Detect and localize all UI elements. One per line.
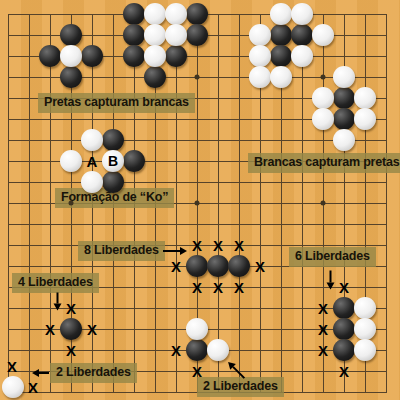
white-stone — [333, 129, 355, 151]
caption-8-liberdades: 8 Liberdades — [78, 241, 165, 261]
black-stone — [186, 255, 208, 277]
black-stone — [333, 87, 355, 109]
liberty-x-mark: X — [192, 364, 202, 379]
black-stone — [60, 24, 82, 46]
black-stone — [270, 24, 292, 46]
star-point-icon — [321, 75, 326, 80]
white-stone — [354, 108, 376, 130]
arrow-down-icon — [54, 292, 63, 310]
caption-2-liberdades-corner: 2 Liberdades — [50, 363, 137, 383]
liberty-x-mark: X — [255, 259, 265, 274]
liberty-x-mark: X — [339, 280, 349, 295]
liberty-x-mark: X — [87, 322, 97, 337]
black-stone — [333, 297, 355, 319]
liberty-x-mark: X — [318, 301, 328, 316]
black-stone — [270, 45, 292, 67]
liberty-x-mark: X — [192, 280, 202, 295]
black-stone — [123, 150, 145, 172]
liberty-x-mark: X — [213, 238, 223, 253]
white-stone — [60, 150, 82, 172]
ko-letter-b: B — [108, 154, 118, 168]
black-stone — [102, 129, 124, 151]
black-stone — [102, 171, 124, 193]
liberty-x-mark: X — [192, 238, 202, 253]
liberty-x-mark: X — [318, 343, 328, 358]
star-point-icon — [195, 201, 200, 206]
white-stone — [312, 108, 334, 130]
white-stone — [81, 129, 103, 151]
white-stone — [207, 339, 229, 361]
black-stone — [60, 318, 82, 340]
black-stone — [39, 45, 61, 67]
white-stone — [354, 297, 376, 319]
black-stone — [123, 24, 145, 46]
white-stone — [144, 3, 166, 25]
arrow-down-icon — [327, 270, 336, 289]
star-point-icon — [321, 201, 326, 206]
black-stone — [333, 339, 355, 361]
ko-stone-marked-b: B — [102, 150, 124, 172]
black-stone — [165, 45, 187, 67]
liberty-x-mark: X — [66, 343, 76, 358]
liberty-x-mark: X — [28, 380, 38, 395]
black-stone — [123, 3, 145, 25]
black-stone — [60, 66, 82, 88]
star-point-icon — [195, 75, 200, 80]
liberty-x-mark: X — [171, 259, 181, 274]
liberty-x-mark: X — [171, 343, 181, 358]
arrow-right-icon — [163, 247, 187, 256]
white-stone — [186, 318, 208, 340]
liberty-x-mark: X — [45, 322, 55, 337]
go-board[interactable]: Pretas capturam brancas Brancas capturam… — [0, 0, 400, 400]
liberty-x-mark: X — [213, 280, 223, 295]
white-stone — [249, 66, 271, 88]
white-stone — [165, 3, 187, 25]
white-stone — [2, 376, 24, 398]
black-stone — [144, 66, 166, 88]
caption-pretas-capturam: Pretas capturam brancas — [38, 93, 195, 113]
white-stone — [270, 3, 292, 25]
white-stone — [354, 318, 376, 340]
black-stone — [291, 24, 313, 46]
white-stone — [165, 24, 187, 46]
liberty-x-mark: X — [234, 238, 244, 253]
liberty-x-mark: X — [234, 280, 244, 295]
black-stone — [186, 24, 208, 46]
liberty-x-mark: X — [339, 364, 349, 379]
white-stone — [270, 66, 292, 88]
white-stone — [249, 24, 271, 46]
liberty-x-mark: X — [66, 301, 76, 316]
white-stone — [333, 66, 355, 88]
white-stone — [144, 24, 166, 46]
black-stone — [81, 45, 103, 67]
caption-brancas-capturam: Brancas capturam pretas — [248, 153, 400, 173]
white-stone — [291, 3, 313, 25]
white-stone — [291, 45, 313, 67]
black-stone — [186, 339, 208, 361]
black-stone — [123, 45, 145, 67]
white-stone — [249, 45, 271, 67]
white-stone — [354, 339, 376, 361]
black-stone — [333, 108, 355, 130]
arrow-left-icon — [32, 369, 49, 378]
liberty-x-mark: X — [7, 359, 17, 374]
liberty-x-mark: X — [318, 322, 328, 337]
white-stone — [144, 45, 166, 67]
white-stone — [312, 24, 334, 46]
caption-4-liberdades: 4 Liberdades — [12, 273, 99, 293]
black-stone — [186, 3, 208, 25]
black-stone — [228, 255, 250, 277]
white-stone — [81, 171, 103, 193]
ko-letter-a: A — [87, 154, 98, 169]
black-stone — [207, 255, 229, 277]
white-stone — [312, 87, 334, 109]
star-point-icon — [69, 201, 74, 206]
white-stone — [60, 45, 82, 67]
black-stone — [333, 318, 355, 340]
white-stone — [354, 87, 376, 109]
caption-6-liberdades: 6 Liberdades — [289, 247, 376, 267]
